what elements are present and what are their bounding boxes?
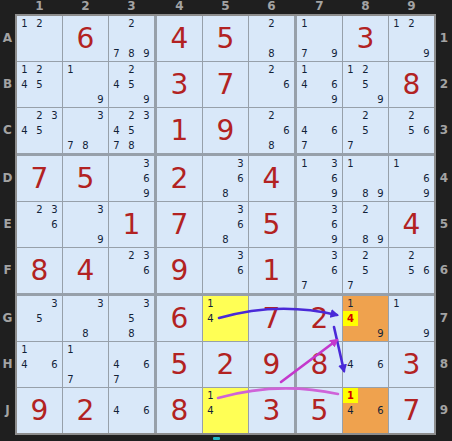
- candidate-5: [358, 171, 373, 186]
- candidate-6: 6: [327, 263, 342, 278]
- candidate-2: [124, 156, 139, 171]
- candidate-9: [233, 418, 248, 433]
- candidate-2: [124, 296, 139, 311]
- candidate-9: 9: [139, 186, 154, 201]
- candidate-3: [419, 156, 434, 171]
- solved-digit: 8: [157, 388, 202, 433]
- candidate-9: [47, 138, 62, 153]
- candidate-3: [327, 108, 342, 123]
- candidate-9: [47, 92, 62, 107]
- cell-G7[interactable]: 2: [297, 296, 342, 341]
- solved-digit: 2: [203, 342, 248, 387]
- candidate-5: 5: [404, 123, 419, 138]
- candidate-5: [404, 171, 419, 186]
- column-label-9: 9: [389, 0, 434, 14]
- cell-J7[interactable]: 5: [297, 388, 342, 433]
- cell-F8[interactable]: 257: [343, 248, 388, 293]
- candidate-5: 5: [32, 77, 47, 92]
- cell-B2[interactable]: 19: [63, 62, 108, 107]
- cell-A3[interactable]: 2789: [109, 16, 154, 61]
- candidate-1: [343, 108, 358, 123]
- candidate-1: 1: [297, 62, 312, 77]
- cell-B8[interactable]: 1259: [343, 62, 388, 107]
- cell-J8[interactable]: 146: [343, 388, 388, 433]
- solved-digit: 3: [343, 16, 388, 61]
- cell-E2[interactable]: 39: [63, 202, 108, 247]
- candidate-5: 5: [124, 77, 139, 92]
- candidate-2: [32, 296, 47, 311]
- cell-G1[interactable]: 35: [17, 296, 62, 341]
- candidate-3: [139, 62, 154, 77]
- cell-C1[interactable]: 2345: [17, 108, 62, 153]
- candidate-8: [404, 46, 419, 61]
- candidate-3: [373, 296, 388, 311]
- candidate-7: [343, 232, 358, 247]
- candidate-7: [109, 278, 124, 293]
- candidate-2: 2: [32, 62, 47, 77]
- cell-D1[interactable]: 7: [17, 156, 62, 201]
- candidate-5: [312, 217, 327, 232]
- candidate-2: [312, 202, 327, 217]
- candidate-9: [139, 418, 154, 433]
- candidate-1: [297, 202, 312, 217]
- candidate-4: [249, 77, 264, 92]
- cell-G3[interactable]: 358: [109, 296, 154, 341]
- candidate-7: [203, 326, 218, 341]
- solved-digit: 5: [297, 388, 342, 433]
- candidate-4: [297, 217, 312, 232]
- candidate-3: 3: [139, 248, 154, 263]
- cell-H7[interactable]: 8: [297, 342, 342, 387]
- candidate-6: 6: [327, 77, 342, 92]
- candidate-3: [419, 296, 434, 311]
- solved-digit: 5: [63, 156, 108, 201]
- candidate-3: 3: [93, 108, 108, 123]
- column-label-1: 1: [17, 0, 62, 14]
- candidate-4: [63, 217, 78, 232]
- cell-D3[interactable]: 369: [109, 156, 154, 201]
- candidate-6: [233, 403, 248, 418]
- cell-E8[interactable]: 289: [343, 202, 388, 247]
- candidate-2: [218, 296, 233, 311]
- cell-D9[interactable]: 169: [389, 156, 434, 201]
- cell-C8[interactable]: 257: [343, 108, 388, 153]
- cell-C6[interactable]: 268: [249, 108, 294, 153]
- candidate-5: [312, 171, 327, 186]
- candidate-3: [139, 388, 154, 403]
- candidate-6: [93, 217, 108, 232]
- candidate-1: [109, 296, 124, 311]
- candidate-5: [124, 403, 139, 418]
- cell-B5[interactable]: 7: [203, 62, 248, 107]
- cell-A1[interactable]: 12: [17, 16, 62, 61]
- candidate-2: [78, 202, 93, 217]
- candidate-7: [249, 92, 264, 107]
- candidate-4: 4: [109, 403, 124, 418]
- candidate-1: 1: [17, 62, 32, 77]
- candidate-6: 6: [139, 357, 154, 372]
- column-label-8: 8: [343, 0, 388, 14]
- cell-G9[interactable]: 19: [389, 296, 434, 341]
- candidate-4: 4: [203, 403, 218, 418]
- solved-digit: 8: [297, 342, 342, 387]
- candidate-1: [343, 342, 358, 357]
- candidate-6: [47, 311, 62, 326]
- candidate-7: [109, 186, 124, 201]
- cell-B6[interactable]: 26: [249, 62, 294, 107]
- candidate-8: [32, 46, 47, 61]
- cell-C4[interactable]: 1: [157, 108, 202, 153]
- solved-digit: 8: [17, 248, 62, 293]
- candidate-1: 1: [17, 342, 32, 357]
- candidate-6: 6: [419, 123, 434, 138]
- cell-D6[interactable]: 4: [249, 156, 294, 201]
- cell-E3[interactable]: 1: [109, 202, 154, 247]
- cell-G4[interactable]: 6: [157, 296, 202, 341]
- cell-F5[interactable]: 36: [203, 248, 248, 293]
- cell-H4[interactable]: 5: [157, 342, 202, 387]
- candidate-3: 3: [139, 296, 154, 311]
- candidate-6: [139, 123, 154, 138]
- cell-D5[interactable]: 368: [203, 156, 248, 201]
- cell-E5[interactable]: 368: [203, 202, 248, 247]
- candidate-4: [63, 123, 78, 138]
- candidate-4: 4: [343, 357, 358, 372]
- candidate-1: [109, 342, 124, 357]
- candidate-3: [373, 62, 388, 77]
- candidate-6: 6: [233, 171, 248, 186]
- column-label-2: 2: [63, 0, 108, 14]
- candidate-4: [389, 123, 404, 138]
- candidate-1: [63, 202, 78, 217]
- cell-H6[interactable]: 9: [249, 342, 294, 387]
- candidate-4: 4: [297, 77, 312, 92]
- candidate-2: [78, 108, 93, 123]
- candidate-4: [63, 357, 78, 372]
- cell-F7[interactable]: 367: [297, 248, 342, 293]
- cell-J9[interactable]: 7: [389, 388, 434, 433]
- cell-C7[interactable]: 467: [297, 108, 342, 153]
- candidate-2: [404, 296, 419, 311]
- solved-digit: 2: [63, 388, 108, 433]
- candidate-6: 6: [327, 171, 342, 186]
- cell-E9[interactable]: 4: [389, 202, 434, 247]
- cell-H5[interactable]: 2: [203, 342, 248, 387]
- candidate-1: [203, 248, 218, 263]
- cell-G6[interactable]: 7: [249, 296, 294, 341]
- candidate-1: [389, 248, 404, 263]
- cell-F6[interactable]: 1: [249, 248, 294, 293]
- candidate-5: [218, 171, 233, 186]
- candidate-7: 7: [63, 138, 78, 153]
- cell-H1[interactable]: 146: [17, 342, 62, 387]
- candidate-3: [279, 16, 294, 31]
- candidate-4: 4: [343, 311, 358, 326]
- candidate-8: 8: [358, 186, 373, 201]
- candidate-7: [203, 278, 218, 293]
- cell-E7[interactable]: 369: [297, 202, 342, 247]
- candidate-7: [63, 92, 78, 107]
- cell-E1[interactable]: 236: [17, 202, 62, 247]
- candidate-1: 1: [343, 296, 358, 311]
- candidate-4: 4: [297, 123, 312, 138]
- candidate-8: [358, 138, 373, 153]
- candidate-5: [358, 217, 373, 232]
- candidate-8: 8: [124, 138, 139, 153]
- candidate-5: [32, 357, 47, 372]
- candidate-4: [63, 311, 78, 326]
- cell-H8[interactable]: 46: [343, 342, 388, 387]
- candidate-5: [404, 31, 419, 46]
- cell-A2[interactable]: 6: [63, 16, 108, 61]
- cell-B9[interactable]: 8: [389, 62, 434, 107]
- candidate-2: [218, 388, 233, 403]
- candidate-7: 7: [297, 278, 312, 293]
- cell-A7[interactable]: 179: [297, 16, 342, 61]
- candidate-3: [139, 16, 154, 31]
- cell-F3[interactable]: 236: [109, 248, 154, 293]
- candidate-3: 3: [233, 156, 248, 171]
- solved-digit: 7: [157, 202, 202, 247]
- candidate-9: [373, 372, 388, 387]
- candidate-5: [218, 311, 233, 326]
- candidate-9: [93, 138, 108, 153]
- candidate-6: 6: [279, 123, 294, 138]
- candidate-1: 1: [297, 156, 312, 171]
- cell-C2[interactable]: 378: [63, 108, 108, 153]
- candidate-2: 2: [264, 16, 279, 31]
- candidate-9: 9: [373, 232, 388, 247]
- solved-digit: 9: [249, 342, 294, 387]
- candidate-8: [312, 138, 327, 153]
- cell-F4[interactable]: 9: [157, 248, 202, 293]
- candidate-9: [419, 278, 434, 293]
- candidate-4: 4: [17, 77, 32, 92]
- candidate-9: [93, 326, 108, 341]
- cell-G5[interactable]: 14: [203, 296, 248, 341]
- solved-digit: 9: [17, 388, 62, 433]
- candidate-7: [17, 326, 32, 341]
- candidate-6: [93, 357, 108, 372]
- candidate-4: [343, 217, 358, 232]
- candidate-7: [249, 138, 264, 153]
- candidate-3: 3: [233, 248, 248, 263]
- candidate-9: 9: [327, 46, 342, 61]
- candidate-9: [327, 278, 342, 293]
- candidate-5: 5: [32, 123, 47, 138]
- candidate-8: 8: [264, 138, 279, 153]
- candidate-2: [358, 342, 373, 357]
- candidate-9: 9: [373, 186, 388, 201]
- candidate-5: [124, 31, 139, 46]
- cell-J6[interactable]: 3: [249, 388, 294, 433]
- candidate-6: [139, 31, 154, 46]
- solved-digit: 3: [249, 388, 294, 433]
- cell-C3[interactable]: 234578: [109, 108, 154, 153]
- row-number-label-5: 5: [436, 202, 452, 247]
- row-number-label-9: 9: [436, 388, 452, 433]
- solved-digit: 2: [157, 156, 202, 201]
- candidate-9: [139, 372, 154, 387]
- candidate-9: [139, 138, 154, 153]
- candidate-3: [139, 342, 154, 357]
- candidate-4: [203, 263, 218, 278]
- candidate-9: [279, 92, 294, 107]
- candidate-4: [17, 217, 32, 232]
- cell-J4[interactable]: 8: [157, 388, 202, 433]
- cell-A9[interactable]: 129: [389, 16, 434, 61]
- candidate-8: [358, 372, 373, 387]
- row-number-label-4: 4: [436, 156, 452, 201]
- candidate-5: [32, 31, 47, 46]
- cell-G2[interactable]: 38: [63, 296, 108, 341]
- candidate-7: [389, 278, 404, 293]
- row-label-D: D: [0, 156, 15, 201]
- candidate-8: 8: [264, 46, 279, 61]
- candidate-8: [312, 232, 327, 247]
- cell-A5[interactable]: 5: [203, 16, 248, 61]
- cell-F9[interactable]: 256: [389, 248, 434, 293]
- candidate-1: 1: [389, 16, 404, 31]
- candidate-1: [17, 202, 32, 217]
- candidate-5: [218, 217, 233, 232]
- cell-B3[interactable]: 2459: [109, 62, 154, 107]
- candidate-1: 1: [389, 156, 404, 171]
- solved-digit: 3: [157, 62, 202, 107]
- solved-digit: 4: [63, 248, 108, 293]
- candidate-2: 2: [124, 16, 139, 31]
- cell-A4[interactable]: 4: [157, 16, 202, 61]
- cell-J2[interactable]: 2: [63, 388, 108, 433]
- candidate-2: 2: [358, 248, 373, 263]
- candidate-3: 3: [93, 296, 108, 311]
- cell-G8[interactable]: 149: [343, 296, 388, 341]
- cell-D2[interactable]: 5: [63, 156, 108, 201]
- candidate-9: 9: [419, 186, 434, 201]
- cell-D8[interactable]: 189: [343, 156, 388, 201]
- candidate-1: [297, 248, 312, 263]
- candidate-3: 3: [327, 202, 342, 217]
- cell-E6[interactable]: 5: [249, 202, 294, 247]
- bottom-marker: [213, 437, 220, 440]
- candidate-8: [404, 326, 419, 341]
- candidate-5: [264, 123, 279, 138]
- solved-digit: 5: [249, 202, 294, 247]
- candidate-8: [78, 92, 93, 107]
- candidate-2: [32, 342, 47, 357]
- candidate-6: [327, 31, 342, 46]
- candidate-8: [312, 278, 327, 293]
- cell-H3[interactable]: 467: [109, 342, 154, 387]
- candidate-5: [218, 403, 233, 418]
- candidate-9: 9: [419, 46, 434, 61]
- candidate-3: [279, 108, 294, 123]
- row-label-G: G: [0, 296, 15, 341]
- candidate-2: [312, 16, 327, 31]
- solved-digit: 5: [157, 342, 202, 387]
- candidate-2: 2: [404, 248, 419, 263]
- cell-H9[interactable]: 3: [389, 342, 434, 387]
- candidate-4: [343, 77, 358, 92]
- candidate-4: [297, 263, 312, 278]
- cell-D7[interactable]: 1369: [297, 156, 342, 201]
- candidate-8: [32, 232, 47, 247]
- candidate-7: [17, 92, 32, 107]
- candidate-5: 5: [404, 263, 419, 278]
- candidate-2: [358, 388, 373, 403]
- candidate-3: 3: [327, 248, 342, 263]
- candidate-8: [32, 92, 47, 107]
- candidate-1: [109, 16, 124, 31]
- candidate-4: 4: [203, 311, 218, 326]
- solved-digit: 3: [389, 342, 434, 387]
- candidate-2: 2: [358, 108, 373, 123]
- candidate-7: [389, 46, 404, 61]
- candidate-6: 6: [47, 217, 62, 232]
- candidate-4: [343, 263, 358, 278]
- cell-B4[interactable]: 3: [157, 62, 202, 107]
- cell-B1[interactable]: 1245: [17, 62, 62, 107]
- candidate-4: 4: [17, 123, 32, 138]
- row-label-B: B: [0, 62, 15, 107]
- solved-digit: 7: [389, 388, 434, 433]
- candidate-8: [124, 372, 139, 387]
- cell-F2[interactable]: 4: [63, 248, 108, 293]
- candidate-3: [93, 342, 108, 357]
- candidate-5: [124, 357, 139, 372]
- cell-E4[interactable]: 7: [157, 202, 202, 247]
- candidate-1: [17, 108, 32, 123]
- candidate-6: [139, 77, 154, 92]
- candidate-5: [32, 217, 47, 232]
- candidate-3: [327, 16, 342, 31]
- candidate-9: 9: [93, 232, 108, 247]
- cell-A6[interactable]: 28: [249, 16, 294, 61]
- candidate-9: 9: [139, 92, 154, 107]
- candidate-1: 1: [203, 388, 218, 403]
- cell-J1[interactable]: 9: [17, 388, 62, 433]
- candidate-6: [373, 311, 388, 326]
- candidate-1: 1: [297, 16, 312, 31]
- candidate-1: [63, 108, 78, 123]
- candidate-8: 8: [124, 46, 139, 61]
- candidate-6: 6: [419, 171, 434, 186]
- cell-D4[interactable]: 2: [157, 156, 202, 201]
- cell-A8[interactable]: 3: [343, 16, 388, 61]
- candidate-7: [203, 186, 218, 201]
- cell-J5[interactable]: 14: [203, 388, 248, 433]
- candidate-4: [17, 311, 32, 326]
- solved-digit: 6: [63, 16, 108, 61]
- candidate-7: [343, 92, 358, 107]
- cell-C5[interactable]: 9: [203, 108, 248, 153]
- candidate-6: [93, 311, 108, 326]
- candidate-1: [389, 108, 404, 123]
- cell-F1[interactable]: 8: [17, 248, 62, 293]
- candidate-4: [203, 171, 218, 186]
- candidate-2: 2: [264, 62, 279, 77]
- candidate-7: [109, 418, 124, 433]
- cell-C9[interactable]: 256: [389, 108, 434, 153]
- cell-J3[interactable]: 46: [109, 388, 154, 433]
- cell-B7[interactable]: 1469: [297, 62, 342, 107]
- candidate-2: [312, 248, 327, 263]
- candidate-7: [109, 92, 124, 107]
- row-label-J: J: [0, 388, 15, 433]
- candidate-6: 6: [373, 403, 388, 418]
- candidate-7: 7: [297, 138, 312, 153]
- cell-H2[interactable]: 17: [63, 342, 108, 387]
